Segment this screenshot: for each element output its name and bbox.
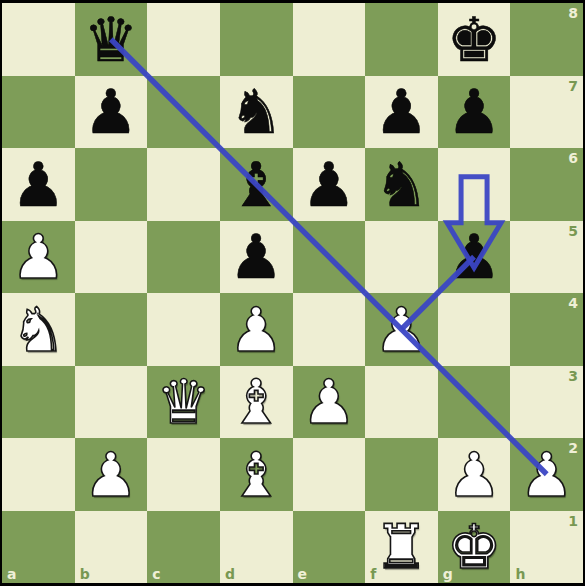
square-c4[interactable] — [147, 293, 220, 366]
rank-label-4: 4 — [568, 295, 578, 311]
rank-label-3: 3 — [568, 368, 578, 384]
black-pawn[interactable]: ♟ — [293, 148, 366, 221]
square-d8[interactable] — [220, 3, 293, 76]
square-e4[interactable] — [293, 293, 366, 366]
white-knight[interactable]: ♞ — [2, 293, 75, 366]
file-label-a: a — [7, 566, 16, 582]
square-d3[interactable]: ♝ — [220, 366, 293, 439]
square-d1[interactable]: d — [220, 511, 293, 584]
black-pawn[interactable]: ♟ — [2, 148, 75, 221]
square-f8[interactable] — [365, 3, 438, 76]
square-f6[interactable]: ♞ — [365, 148, 438, 221]
white-pawn[interactable]: ♟ — [510, 438, 583, 511]
square-b3[interactable] — [75, 366, 148, 439]
file-label-h: h — [515, 566, 525, 582]
rank-label-1: 1 — [568, 513, 578, 529]
black-knight[interactable]: ♞ — [220, 76, 293, 149]
chess-board: ♛♚8♟♞♟♟7♟♝♟♞6♟♟♟5♞♟♟4♛♝♟3♟♝♟♟2abcde♜f♚g1… — [2, 3, 583, 583]
square-h7[interactable]: 7 — [510, 76, 583, 149]
square-h2[interactable]: ♟2 — [510, 438, 583, 511]
square-e6[interactable]: ♟ — [293, 148, 366, 221]
white-pawn[interactable]: ♟ — [438, 438, 511, 511]
black-pawn[interactable]: ♟ — [220, 221, 293, 294]
square-b1[interactable]: b — [75, 511, 148, 584]
square-f4[interactable]: ♟ — [365, 293, 438, 366]
square-g2[interactable]: ♟ — [438, 438, 511, 511]
square-d2[interactable]: ♝ — [220, 438, 293, 511]
square-e7[interactable] — [293, 76, 366, 149]
file-label-d: d — [225, 566, 235, 582]
square-h5[interactable]: 5 — [510, 221, 583, 294]
square-h1[interactable]: 1h — [510, 511, 583, 584]
white-bishop[interactable]: ♝ — [220, 438, 293, 511]
square-g8[interactable]: ♚ — [438, 3, 511, 76]
square-e1[interactable]: e — [293, 511, 366, 584]
square-c1[interactable]: c — [147, 511, 220, 584]
square-e2[interactable] — [293, 438, 366, 511]
square-c5[interactable] — [147, 221, 220, 294]
square-g4[interactable] — [438, 293, 511, 366]
square-a3[interactable] — [2, 366, 75, 439]
square-c8[interactable] — [147, 3, 220, 76]
white-pawn[interactable]: ♟ — [2, 221, 75, 294]
rank-label-7: 7 — [568, 78, 578, 94]
square-c7[interactable] — [147, 76, 220, 149]
square-d4[interactable]: ♟ — [220, 293, 293, 366]
black-pawn[interactable]: ♟ — [438, 76, 511, 149]
square-f2[interactable] — [365, 438, 438, 511]
square-g6[interactable] — [438, 148, 511, 221]
square-a7[interactable] — [2, 76, 75, 149]
square-c6[interactable] — [147, 148, 220, 221]
square-b7[interactable]: ♟ — [75, 76, 148, 149]
white-pawn[interactable]: ♟ — [365, 293, 438, 366]
white-pawn[interactable]: ♟ — [220, 293, 293, 366]
square-b5[interactable] — [75, 221, 148, 294]
chess-board-frame: ♛♚8♟♞♟♟7♟♝♟♞6♟♟♟5♞♟♟4♛♝♟3♟♝♟♟2abcde♜f♚g1… — [0, 0, 585, 586]
square-a1[interactable]: a — [2, 511, 75, 584]
square-d7[interactable]: ♞ — [220, 76, 293, 149]
square-a5[interactable]: ♟ — [2, 221, 75, 294]
square-a6[interactable]: ♟ — [2, 148, 75, 221]
file-label-c: c — [152, 566, 160, 582]
square-a2[interactable] — [2, 438, 75, 511]
square-e5[interactable] — [293, 221, 366, 294]
square-g5[interactable]: ♟ — [438, 221, 511, 294]
square-h4[interactable]: 4 — [510, 293, 583, 366]
black-pawn[interactable]: ♟ — [438, 221, 511, 294]
file-label-e: e — [298, 566, 308, 582]
square-h8[interactable]: 8 — [510, 3, 583, 76]
square-h6[interactable]: 6 — [510, 148, 583, 221]
square-f3[interactable] — [365, 366, 438, 439]
rank-label-5: 5 — [568, 223, 578, 239]
black-king[interactable]: ♚ — [438, 3, 511, 76]
square-d6[interactable]: ♝ — [220, 148, 293, 221]
square-b6[interactable] — [75, 148, 148, 221]
square-g1[interactable]: ♚g — [438, 511, 511, 584]
square-e8[interactable] — [293, 3, 366, 76]
white-pawn[interactable]: ♟ — [293, 366, 366, 439]
square-b4[interactable] — [75, 293, 148, 366]
white-rook[interactable]: ♜ — [365, 511, 438, 584]
square-f7[interactable]: ♟ — [365, 76, 438, 149]
square-e3[interactable]: ♟ — [293, 366, 366, 439]
square-a8[interactable] — [2, 3, 75, 76]
square-g3[interactable] — [438, 366, 511, 439]
file-label-b: b — [80, 566, 90, 582]
rank-label-6: 6 — [568, 150, 578, 166]
black-knight[interactable]: ♞ — [365, 148, 438, 221]
square-b2[interactable]: ♟ — [75, 438, 148, 511]
square-f5[interactable] — [365, 221, 438, 294]
square-d5[interactable]: ♟ — [220, 221, 293, 294]
black-pawn[interactable]: ♟ — [365, 76, 438, 149]
square-f1[interactable]: ♜f — [365, 511, 438, 584]
square-b8[interactable]: ♛ — [75, 3, 148, 76]
square-c2[interactable] — [147, 438, 220, 511]
square-c3[interactable]: ♛ — [147, 366, 220, 439]
white-pawn[interactable]: ♟ — [75, 438, 148, 511]
white-bishop[interactable]: ♝ — [220, 366, 293, 439]
square-h3[interactable]: 3 — [510, 366, 583, 439]
white-queen[interactable]: ♛ — [147, 366, 220, 439]
black-pawn[interactable]: ♟ — [75, 76, 148, 149]
black-queen[interactable]: ♛ — [75, 3, 148, 76]
white-king[interactable]: ♚ — [438, 511, 511, 584]
square-a4[interactable]: ♞ — [2, 293, 75, 366]
rank-label-8: 8 — [568, 5, 578, 21]
square-g7[interactable]: ♟ — [438, 76, 511, 149]
black-bishop[interactable]: ♝ — [220, 148, 293, 221]
